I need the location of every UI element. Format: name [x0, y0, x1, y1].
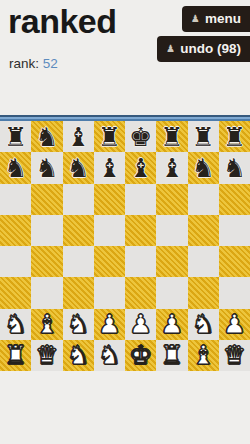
square-g3[interactable]	[188, 277, 219, 308]
piece-white-queen[interactable]: ♛	[35, 342, 58, 368]
piece-black-knight[interactable]: ♞	[35, 124, 58, 150]
piece-white-pawn[interactable]: ♟	[129, 311, 152, 337]
square-e7[interactable]: ♝	[125, 152, 156, 183]
menu-button[interactable]: ♟ menu	[182, 6, 250, 32]
square-b3[interactable]	[31, 277, 62, 308]
square-c6[interactable]	[63, 184, 94, 215]
square-a7[interactable]: ♞	[0, 152, 31, 183]
square-f5[interactable]	[156, 215, 187, 246]
square-c8[interactable]: ♝	[63, 121, 94, 152]
piece-white-pawn[interactable]: ♟	[98, 311, 121, 337]
square-a5[interactable]	[0, 215, 31, 246]
piece-black-bishop[interactable]: ♝	[98, 155, 121, 181]
piece-black-king[interactable]: ♚	[129, 124, 152, 150]
square-b4[interactable]	[31, 246, 62, 277]
square-a4[interactable]	[0, 246, 31, 277]
square-e3[interactable]	[125, 277, 156, 308]
square-b7[interactable]: ♞	[31, 152, 62, 183]
piece-black-knight[interactable]: ♞	[223, 155, 246, 181]
piece-black-rook[interactable]: ♜	[223, 124, 246, 150]
piece-black-knight[interactable]: ♞	[35, 155, 58, 181]
square-d5[interactable]	[94, 215, 125, 246]
square-e5[interactable]	[125, 215, 156, 246]
square-d1[interactable]: ♞	[94, 340, 125, 371]
piece-white-knight[interactable]: ♞	[191, 311, 214, 337]
piece-white-rook[interactable]: ♜	[4, 342, 27, 368]
piece-white-knight[interactable]: ♞	[66, 342, 89, 368]
square-d3[interactable]	[94, 277, 125, 308]
square-b6[interactable]	[31, 184, 62, 215]
square-g5[interactable]	[188, 215, 219, 246]
square-f4[interactable]	[156, 246, 187, 277]
square-a2[interactable]: ♞	[0, 309, 31, 340]
square-g6[interactable]	[188, 184, 219, 215]
square-c1[interactable]: ♞	[63, 340, 94, 371]
piece-white-bishop[interactable]: ♝	[191, 342, 214, 368]
square-c2[interactable]: ♞	[63, 309, 94, 340]
piece-white-rook[interactable]: ♜	[160, 342, 183, 368]
square-a8[interactable]: ♜	[0, 121, 31, 152]
square-h3[interactable]	[219, 277, 250, 308]
square-h8[interactable]: ♜	[219, 121, 250, 152]
piece-white-pawn[interactable]: ♟	[223, 311, 246, 337]
mode-title: ranked	[8, 2, 117, 41]
piece-black-rook[interactable]: ♜	[160, 124, 183, 150]
piece-black-bishop[interactable]: ♝	[66, 124, 89, 150]
square-a6[interactable]	[0, 184, 31, 215]
square-b8[interactable]: ♞	[31, 121, 62, 152]
piece-white-knight[interactable]: ♞	[98, 342, 121, 368]
undo-button[interactable]: ♟ undo (98)	[157, 36, 250, 62]
square-f8[interactable]: ♜	[156, 121, 187, 152]
square-c3[interactable]	[63, 277, 94, 308]
piece-black-bishop[interactable]: ♝	[129, 155, 152, 181]
square-h1[interactable]: ♛	[219, 340, 250, 371]
square-e6[interactable]	[125, 184, 156, 215]
piece-black-rook[interactable]: ♜	[4, 124, 27, 150]
square-d4[interactable]	[94, 246, 125, 277]
piece-black-knight[interactable]: ♞	[4, 155, 27, 181]
rank-label: rank:	[9, 56, 39, 71]
board-area: ♜♞♝♜♚♜♜♜♞♞♞♝♝♝♞♞♞♝♞♟♟♟♞♟♜♛♞♞♚♜♝♛	[0, 115, 250, 371]
square-a1[interactable]: ♜	[0, 340, 31, 371]
square-e8[interactable]: ♚	[125, 121, 156, 152]
piece-white-pawn[interactable]: ♟	[160, 311, 183, 337]
square-c5[interactable]	[63, 215, 94, 246]
square-g1[interactable]: ♝	[188, 340, 219, 371]
square-c7[interactable]: ♞	[63, 152, 94, 183]
square-f2[interactable]: ♟	[156, 309, 187, 340]
piece-white-knight[interactable]: ♞	[4, 311, 27, 337]
square-d2[interactable]: ♟	[94, 309, 125, 340]
pawn-icon: ♟	[166, 44, 175, 54]
square-g4[interactable]	[188, 246, 219, 277]
chess-board: ♜♞♝♜♚♜♜♜♞♞♞♝♝♝♞♞♞♝♞♟♟♟♞♟♜♛♞♞♚♜♝♛	[0, 121, 250, 371]
square-e4[interactable]	[125, 246, 156, 277]
app-screen: ranked rank: 52 ♟ menu ♟ undo (98) ♜♞♝♜♚…	[0, 0, 250, 444]
square-c4[interactable]	[63, 246, 94, 277]
piece-white-queen[interactable]: ♛	[223, 342, 246, 368]
square-h7[interactable]: ♞	[219, 152, 250, 183]
square-f3[interactable]	[156, 277, 187, 308]
piece-black-rook[interactable]: ♜	[191, 124, 214, 150]
square-d8[interactable]: ♜	[94, 121, 125, 152]
square-f7[interactable]: ♝	[156, 152, 187, 183]
square-d7[interactable]: ♝	[94, 152, 125, 183]
piece-white-king[interactable]: ♚	[129, 342, 152, 368]
square-f1[interactable]: ♜	[156, 340, 187, 371]
piece-black-knight[interactable]: ♞	[66, 155, 89, 181]
square-g8[interactable]: ♜	[188, 121, 219, 152]
undo-button-label: undo (98)	[180, 41, 241, 56]
piece-black-rook[interactable]: ♜	[98, 124, 121, 150]
square-g2[interactable]: ♞	[188, 309, 219, 340]
piece-black-bishop[interactable]: ♝	[160, 155, 183, 181]
square-h2[interactable]: ♟	[219, 309, 250, 340]
square-d6[interactable]	[94, 184, 125, 215]
piece-white-knight[interactable]: ♞	[66, 311, 89, 337]
square-b2[interactable]: ♝	[31, 309, 62, 340]
square-g7[interactable]: ♞	[188, 152, 219, 183]
rank-line: rank: 52	[9, 56, 58, 71]
menu-button-label: menu	[205, 11, 241, 26]
square-h4[interactable]	[219, 246, 250, 277]
square-b5[interactable]	[31, 215, 62, 246]
piece-black-knight[interactable]: ♞	[191, 155, 214, 181]
square-a3[interactable]	[0, 277, 31, 308]
square-f6[interactable]	[156, 184, 187, 215]
square-b1[interactable]: ♛	[31, 340, 62, 371]
square-e2[interactable]: ♟	[125, 309, 156, 340]
rank-value: 52	[43, 56, 58, 71]
square-h6[interactable]	[219, 184, 250, 215]
square-h5[interactable]	[219, 215, 250, 246]
square-e1[interactable]: ♚	[125, 340, 156, 371]
piece-white-bishop[interactable]: ♝	[35, 311, 58, 337]
pawn-icon: ♟	[191, 14, 200, 24]
